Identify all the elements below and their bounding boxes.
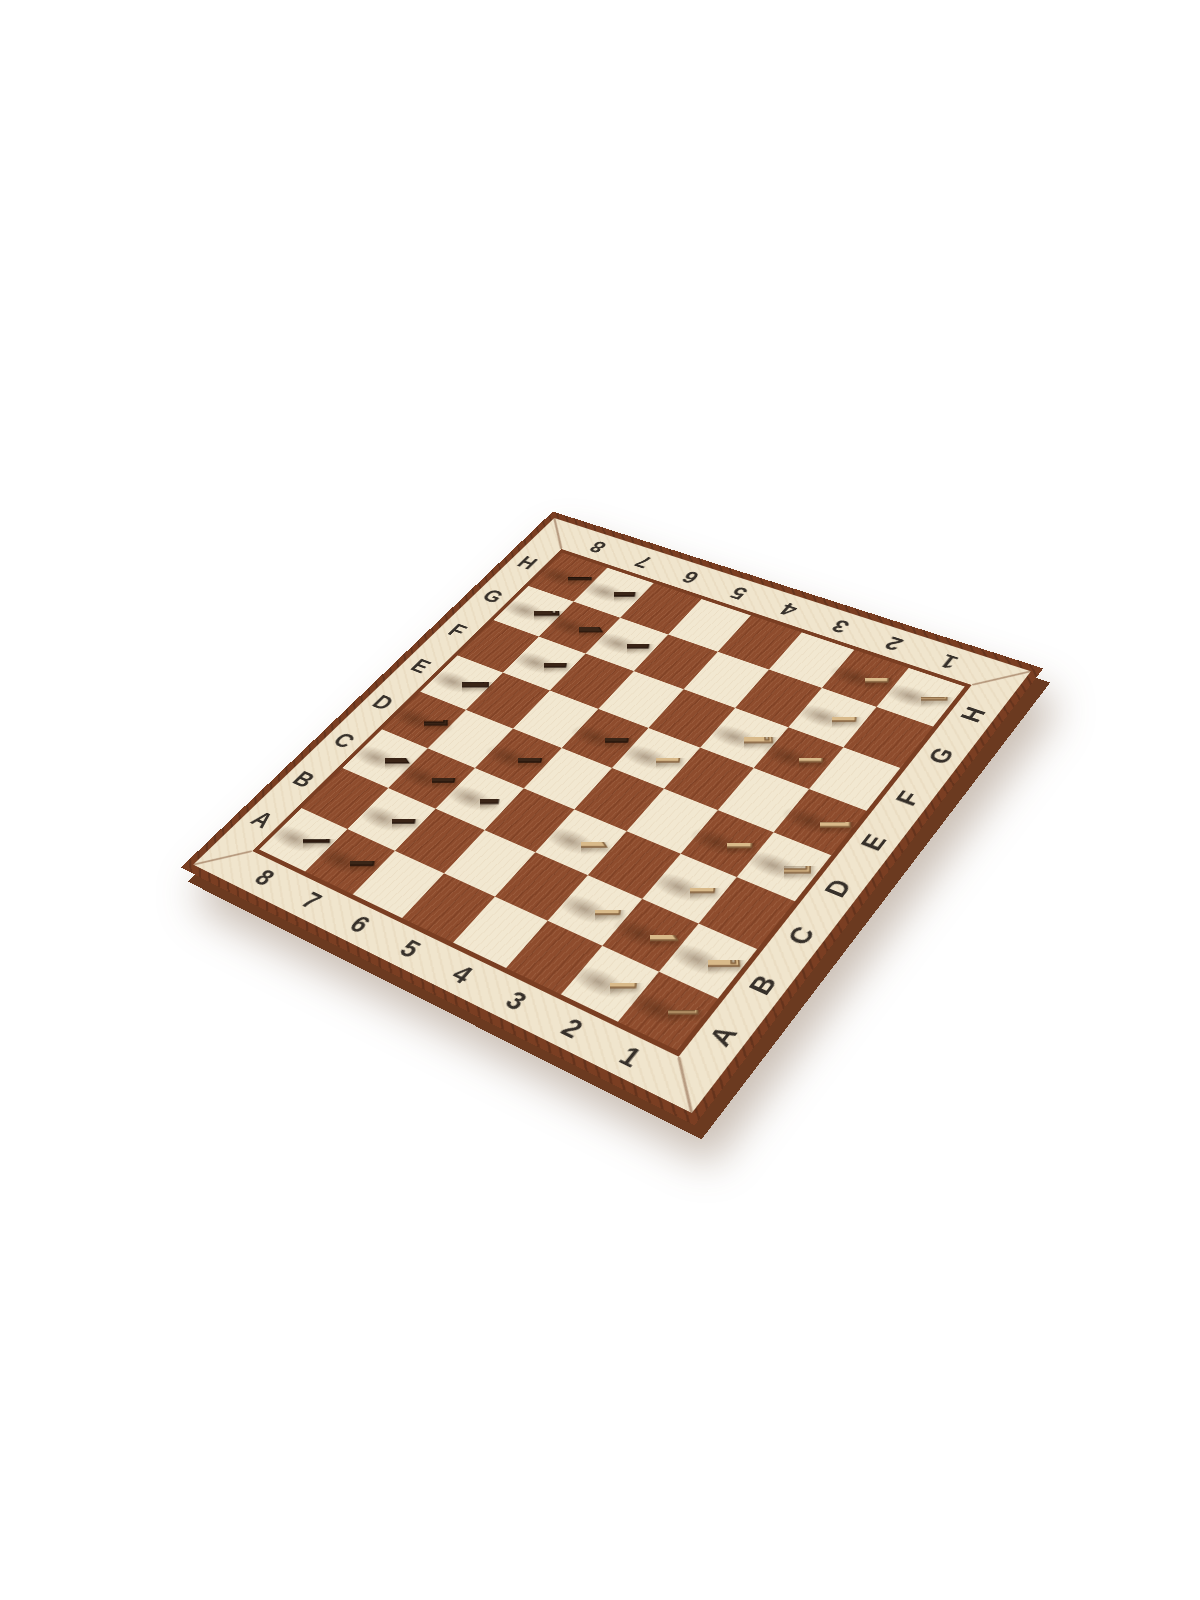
board-shadow-wrapper: 87654321 87654321 HGFEDCBA HGFEDCBA ♜♞♟♝… — [0, 0, 1200, 1600]
white-rook-icon: ♜ — [879, 623, 961, 715]
perspective-scene: 87654321 87654321 HGFEDCBA HGFEDCBA ♜♞♟♝… — [237, 393, 988, 1144]
black-pawn-icon: ♟ — [315, 798, 386, 877]
white-rook-icon: ♜ — [621, 927, 714, 1031]
product-photo-background: 87654321 87654321 HGFEDCBA HGFEDCBA ♜♞♟♝… — [0, 0, 1200, 1600]
chess-board: 87654321 87654321 HGFEDCBA HGFEDCBA ♜♞♟♝… — [181, 512, 1044, 1126]
board-tilt: 87654321 87654321 HGFEDCBA HGFEDCBA ♜♞♟♝… — [0, 0, 1200, 1600]
